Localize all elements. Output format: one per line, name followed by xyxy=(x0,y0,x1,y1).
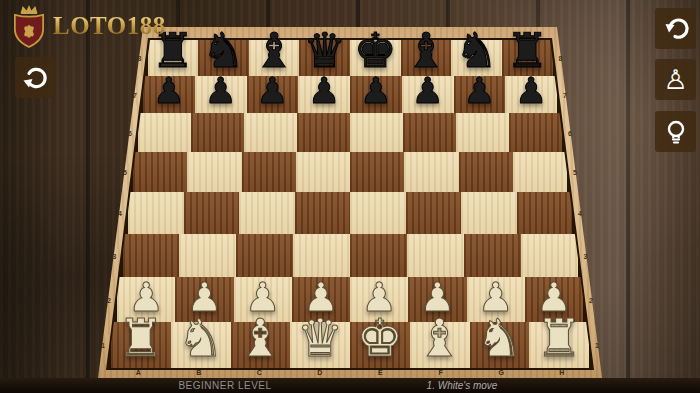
cell-g4 xyxy=(461,192,517,234)
cell-h6 xyxy=(509,113,562,152)
file-label-f: F xyxy=(411,368,472,378)
piece-black-pawn-e7[interactable]: ♟ xyxy=(360,73,392,109)
player-mode-button[interactable]: ♙ xyxy=(655,59,696,100)
piece-black-pawn-h7[interactable]: ♟ xyxy=(515,73,547,109)
rank-label-left-4: 4 xyxy=(118,210,122,217)
file-label-d: D xyxy=(290,368,351,378)
file-labels: ABCDEFGH xyxy=(108,368,592,378)
rank-label-left-6: 6 xyxy=(128,129,132,136)
rank-label-left-7: 7 xyxy=(133,91,137,98)
rank-label-right-4: 4 xyxy=(578,210,582,217)
rank-label-left-3: 3 xyxy=(113,252,117,259)
cell-a5 xyxy=(133,152,187,192)
cell-g1: ♞ xyxy=(470,322,530,368)
cell-e3 xyxy=(350,234,407,277)
cell-h4 xyxy=(517,192,573,234)
logo-text: LOTO188 xyxy=(53,12,166,40)
lightbulb-icon xyxy=(662,118,690,146)
cell-c3 xyxy=(236,234,293,277)
restart-button[interactable] xyxy=(15,57,56,98)
cell-e5 xyxy=(350,152,404,192)
cell-a1: ♜ xyxy=(111,322,171,368)
cell-b3 xyxy=(179,234,236,277)
piece-black-pawn-a7[interactable]: ♟ xyxy=(153,73,185,109)
cell-f6 xyxy=(403,113,456,152)
cell-c4 xyxy=(239,192,295,234)
piece-white-bishop-c1[interactable]: ♝ xyxy=(237,312,284,364)
rank-label-right-2: 2 xyxy=(589,296,593,303)
cell-g3 xyxy=(464,234,521,277)
cell-h1: ♜ xyxy=(529,322,589,368)
cell-e6 xyxy=(350,113,403,152)
file-label-b: B xyxy=(169,368,230,378)
undo-arrow-icon xyxy=(662,15,690,43)
rank-label-left-8: 8 xyxy=(138,55,142,62)
cell-b7: ♟ xyxy=(195,76,247,113)
piece-black-knight-g8[interactable]: ♞ xyxy=(455,26,498,74)
app-logo: LOTO188 xyxy=(10,4,166,48)
piece-black-bishop-c8[interactable]: ♝ xyxy=(253,26,296,74)
piece-black-pawn-b7[interactable]: ♟ xyxy=(204,73,236,109)
piece-white-queen-d1[interactable]: ♛ xyxy=(297,312,344,364)
cell-e1: ♚ xyxy=(350,322,410,368)
chess-app-screen: LOTO188 ♙ ♜♞♝♛♚♝♞♜88♟♟♟♟♟♟♟♟7766554433♟♟… xyxy=(0,0,700,393)
piece-black-queen-d8[interactable]: ♛ xyxy=(303,26,346,74)
logo-shield-icon xyxy=(10,4,48,48)
cell-d5 xyxy=(296,152,350,192)
rank-label-right-3: 3 xyxy=(584,252,588,259)
cell-f3 xyxy=(407,234,464,277)
cell-a4 xyxy=(128,192,184,234)
piece-black-pawn-f7[interactable]: ♟ xyxy=(411,73,443,109)
piece-black-pawn-d7[interactable]: ♟ xyxy=(308,73,340,109)
piece-white-knight-b1[interactable]: ♞ xyxy=(177,312,224,364)
undo-button[interactable] xyxy=(655,8,696,49)
cell-c6 xyxy=(244,113,297,152)
piece-black-pawn-g7[interactable]: ♟ xyxy=(463,73,495,109)
file-label-h: H xyxy=(532,368,593,378)
cell-c5 xyxy=(242,152,296,192)
rank-label-right-1: 1 xyxy=(595,342,599,349)
file-label-g: G xyxy=(471,368,532,378)
cell-a7: ♟ xyxy=(143,76,195,113)
cell-f4 xyxy=(406,192,462,234)
cell-h3 xyxy=(521,234,578,277)
chess-board: ♜♞♝♛♚♝♞♜88♟♟♟♟♟♟♟♟7766554433♟♟♟♟♟♟♟♟22♜♞… xyxy=(98,27,602,378)
board-pieces: ♜♞♝♛♚♝♞♜88♟♟♟♟♟♟♟♟7766554433♟♟♟♟♟♟♟♟22♜♞… xyxy=(98,40,602,378)
cell-d6 xyxy=(297,113,350,152)
cell-b1: ♞ xyxy=(171,322,231,368)
cell-d4 xyxy=(295,192,351,234)
move-status: 1. White's move xyxy=(427,380,498,391)
cell-g5 xyxy=(459,152,513,192)
cell-h5 xyxy=(513,152,567,192)
cell-f7: ♟ xyxy=(402,76,454,113)
cell-b6 xyxy=(191,113,244,152)
cell-h7: ♟ xyxy=(505,76,557,113)
cell-a3 xyxy=(123,234,180,277)
cell-b4 xyxy=(184,192,240,234)
piece-white-rook-h1[interactable]: ♜ xyxy=(536,312,583,364)
rank-label-left-1: 1 xyxy=(101,342,105,349)
rank-label-right-7: 7 xyxy=(563,91,567,98)
piece-black-pawn-c7[interactable]: ♟ xyxy=(256,73,288,109)
cell-f1: ♝ xyxy=(410,322,470,368)
cell-d1: ♛ xyxy=(290,322,350,368)
rank-label-right-5: 5 xyxy=(573,169,577,176)
cell-g6 xyxy=(456,113,509,152)
piece-black-rook-h8[interactable]: ♜ xyxy=(506,26,549,74)
pawn-icon: ♙ xyxy=(663,66,687,93)
rank-label-right-6: 6 xyxy=(568,129,572,136)
cell-d3 xyxy=(293,234,350,277)
status-bar: BEGINNER LEVEL 1. White's move xyxy=(0,378,700,393)
hint-button[interactable] xyxy=(655,111,696,152)
cell-e7: ♟ xyxy=(350,76,402,113)
rank-label-left-5: 5 xyxy=(123,169,127,176)
piece-white-rook-a1[interactable]: ♜ xyxy=(118,312,165,364)
cell-b5 xyxy=(187,152,241,192)
cell-d7: ♟ xyxy=(298,76,350,113)
cell-e4 xyxy=(350,192,406,234)
cell-f5 xyxy=(404,152,458,192)
cell-c1: ♝ xyxy=(231,322,291,368)
rank-label-left-2: 2 xyxy=(107,296,111,303)
cell-c7: ♟ xyxy=(247,76,299,113)
piece-black-bishop-f8[interactable]: ♝ xyxy=(404,26,447,74)
piece-black-king-e8[interactable]: ♚ xyxy=(354,26,397,74)
file-label-e: E xyxy=(350,368,411,378)
level-label: BEGINNER LEVEL xyxy=(178,380,271,391)
piece-white-king-e1[interactable]: ♚ xyxy=(357,312,404,364)
piece-white-bishop-f1[interactable]: ♝ xyxy=(416,312,463,364)
file-label-a: A xyxy=(108,368,169,378)
cell-a6 xyxy=(138,113,191,152)
restart-icon xyxy=(22,64,50,92)
rank-label-right-8: 8 xyxy=(559,55,563,62)
piece-white-knight-g1[interactable]: ♞ xyxy=(476,312,523,364)
piece-black-knight-b8[interactable]: ♞ xyxy=(202,26,245,74)
cell-g7: ♟ xyxy=(454,76,506,113)
file-label-c: C xyxy=(229,368,290,378)
